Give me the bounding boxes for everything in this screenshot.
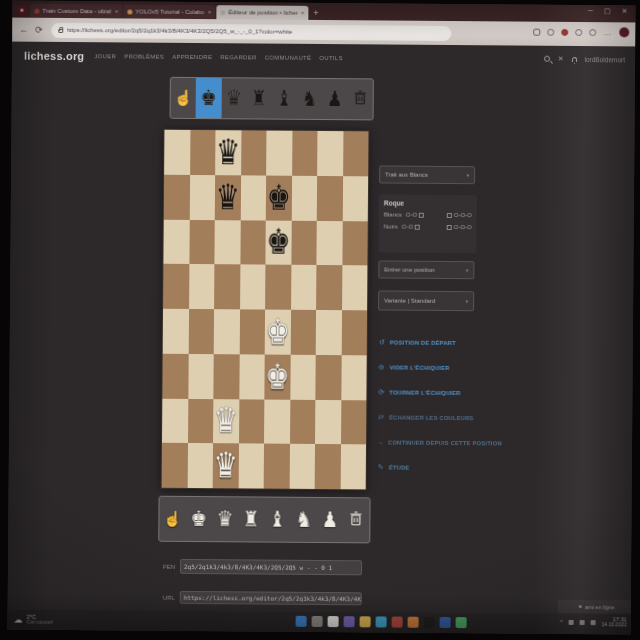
variant-select[interactable]: Variante | Standard ▾ (378, 290, 474, 311)
rotate-icon: ⟳ (377, 388, 385, 396)
photo-of-screen: Train Custom Data - ultralytics×YOLOv5 T… (0, 0, 640, 640)
kingside-label: O-O (406, 212, 417, 218)
tab-close-icon[interactable]: × (115, 4, 119, 18)
explorer-icon[interactable] (360, 616, 371, 627)
app-green-icon[interactable] (456, 617, 467, 628)
extension-icon[interactable] (547, 28, 554, 35)
collections-icon[interactable] (575, 28, 582, 35)
chevron-down-icon: ▾ (467, 172, 470, 178)
address-url: https://lichess.org/editor/2q5/2q1k3/4k3… (67, 27, 444, 36)
square-e1[interactable] (264, 444, 290, 489)
browser-tab[interactable]: Train Custom Data - ultralytics× (30, 4, 122, 19)
fen-label: FEN (163, 563, 175, 569)
square-c1[interactable]: ♛ (213, 443, 239, 488)
chrome-icon[interactable] (392, 617, 403, 628)
white-pawn-icon: ♟ (322, 509, 338, 531)
white-queen-icon: ♛ (213, 448, 237, 483)
square-c2[interactable]: ♛ (213, 399, 239, 444)
palette-black: ☝♚♛♜♝♞♟ (170, 77, 374, 121)
lock-icon (58, 29, 63, 33)
chevron-down-icon: ▾ (466, 298, 469, 304)
square-e6[interactable]: ♚ (265, 220, 291, 265)
square-h8[interactable] (343, 131, 369, 176)
address-bar[interactable]: https://lichess.org/editor/2q5/2q1k3/4k3… (51, 22, 451, 40)
profile-avatar[interactable] (619, 27, 629, 37)
white-queen-icon: ♛ (217, 508, 233, 530)
action-restart[interactable]: ↺POSITION DE DÉPART (378, 329, 488, 355)
tab-title: Train Custom Data - ultralytics (42, 4, 112, 19)
palette-white-pawn[interactable]: ♟ (317, 498, 344, 542)
online-dot-icon (579, 605, 582, 608)
palette-black-rook[interactable]: ♜ (246, 78, 272, 118)
notification-bell-icon[interactable] (572, 57, 577, 62)
action-rotate[interactable]: ⟳TOURNER L'ÉCHIQUIER (377, 379, 487, 405)
tab-favicon-icon (220, 10, 225, 15)
square-b3[interactable] (188, 354, 214, 399)
square-b2[interactable] (188, 398, 214, 443)
square-g4[interactable] (316, 310, 342, 355)
square-h1[interactable] (340, 444, 366, 489)
action-study[interactable]: ✎ÉTUDE (377, 454, 487, 480)
battery-icon[interactable] (569, 619, 574, 624)
square-b1[interactable] (187, 443, 213, 488)
minimize-button[interactable]: ─ (588, 7, 593, 15)
fen-input[interactable]: 2q5/2q1k3/4k3/8/4K3/4K3/2Q5/2Q5 w - - 0 … (180, 559, 362, 575)
castling-panel: Roque BlancsO-OO-O-ONoirsO-OO-O-O (379, 194, 477, 253)
square-b8[interactable] (190, 130, 216, 175)
action-label: TOURNER L'ÉCHIQUIER (389, 389, 460, 396)
square-g5[interactable] (316, 265, 342, 310)
black-king-icon: ♚ (200, 87, 216, 109)
fen-value: 2q5/2q1k3/4k3/8/4K3/4K3/2Q5/2Q5 w - - 0 … (184, 563, 332, 571)
nav-menu-item[interactable]: APPRENDRE (172, 53, 212, 59)
start-icon[interactable] (296, 616, 307, 627)
square-a7[interactable] (164, 175, 190, 220)
site-logo[interactable]: lichess.org (24, 49, 84, 61)
search-icon[interactable] (312, 616, 323, 627)
variant-select-value: Variante | Standard (384, 297, 435, 303)
square-f6[interactable] (291, 220, 317, 265)
square-a1[interactable] (162, 443, 188, 488)
trash-icon (350, 511, 363, 530)
trash-icon (354, 90, 367, 109)
pointer-tool[interactable]: ☝ (159, 497, 186, 541)
browser-tab[interactable]: Éditeur de position • lichess.org× (216, 5, 308, 20)
square-e5[interactable] (265, 265, 291, 310)
queenside-label: O-O-O (454, 212, 472, 218)
tab-favicon-icon (34, 8, 39, 13)
square-a2[interactable] (162, 398, 188, 443)
app-blue-icon[interactable] (440, 617, 451, 628)
palette-white-rook[interactable]: ♜ (238, 497, 265, 541)
black-rook-icon: ♜ (251, 88, 267, 110)
square-a5[interactable] (163, 264, 189, 309)
action-swap[interactable]: ⇄ÉCHANGER LES COULEURS (377, 404, 487, 430)
square-d1[interactable] (238, 444, 264, 489)
square-d5[interactable] (240, 265, 266, 310)
chess-board: ♛♛♚♚♚♚♛♛ (161, 129, 370, 491)
square-g7[interactable] (317, 176, 343, 221)
black-king-icon: ♚ (266, 180, 290, 215)
square-c4[interactable] (214, 309, 240, 354)
square-b5[interactable] (189, 264, 215, 309)
square-e4[interactable]: ♚ (265, 310, 291, 355)
castling-side-label: Noirs (384, 223, 398, 229)
monitor-screen: Train Custom Data - ultralytics×YOLOv5 T… (8, 1, 636, 635)
square-b6[interactable] (189, 219, 215, 264)
trash-icon: ⊖ (378, 363, 386, 371)
square-c6[interactable] (214, 220, 240, 265)
black-pawn-icon: ♟ (327, 88, 343, 110)
square-f5[interactable] (291, 265, 317, 310)
square-d6[interactable] (240, 220, 266, 265)
palette-black-pawn[interactable]: ♟ (322, 79, 348, 119)
square-f3[interactable] (290, 355, 316, 400)
trash-tool[interactable] (343, 498, 370, 542)
square-h6[interactable] (342, 221, 368, 266)
castling-row: BlancsO-OO-O-O (384, 211, 472, 218)
palette-white-knight[interactable]: ♞ (290, 498, 317, 542)
tab-title: YOLOv5 Tutorial - Colaboratory (135, 5, 205, 20)
white-king-icon: ♚ (265, 314, 289, 349)
square-e7[interactable]: ♚ (266, 175, 292, 220)
swap-icon: ⇄ (377, 413, 385, 421)
square-g6[interactable] (316, 220, 342, 265)
windows-taskbar: ☁ 2°C Ciel couvert ^ 17:31 14.10.2022 (8, 610, 631, 635)
square-d8[interactable] (241, 130, 267, 175)
palette-white-bishop[interactable]: ♝ (264, 498, 291, 542)
refresh-icon[interactable]: ⟳ (35, 25, 43, 35)
turn-select[interactable]: Trait aux Blancs ▾ (379, 165, 475, 184)
action-trash[interactable]: ⊖VIDER L'ÉCHIQUIER (378, 354, 488, 380)
black-queen-icon: ♛ (226, 87, 242, 109)
nav-menu-item[interactable]: COMMUNAUTÉ (265, 54, 312, 60)
black-bishop-icon: ♝ (276, 88, 292, 110)
black-king-icon: ♚ (266, 225, 290, 260)
widgets-icon[interactable] (344, 616, 355, 627)
toolbar-icons: … (533, 27, 629, 38)
square-h7[interactable] (342, 176, 368, 221)
palette-white: ☝♚♛♜♝♞♟ (158, 496, 370, 544)
trash-tool[interactable] (347, 79, 373, 119)
square-a8[interactable] (164, 130, 190, 175)
castling-side-label: Blancs (384, 211, 402, 217)
position-select[interactable]: Entrer une position ▾ (378, 260, 474, 279)
browser-tab[interactable]: YOLOv5 Tutorial - Colaboratory× (123, 4, 215, 19)
black-knight-icon: ♞ (301, 88, 317, 110)
tab-title: Éditeur de position • lichess.org (228, 5, 298, 20)
queenside-checkbox[interactable] (447, 212, 452, 217)
queenside-label: O-O-O (454, 224, 472, 230)
tray-chevron-icon[interactable]: ^ (560, 619, 563, 625)
cloud-icon: ☁ (14, 615, 23, 625)
tab-close-icon[interactable]: × (301, 6, 305, 20)
friends-online-label: ami en ligne (585, 604, 615, 610)
site-nav: lichess.org JOUERPROBLÈMESAPPRENDREREGAR… (12, 42, 635, 74)
nav-menu-item[interactable]: JOUER (94, 53, 116, 59)
square-c7[interactable]: ♛ (215, 175, 241, 220)
browser-logo-icon[interactable] (17, 6, 26, 15)
action-label: VIDER L'ÉCHIQUIER (390, 364, 450, 370)
continue-icon: → (377, 438, 384, 445)
url-input[interactable]: https://lichess.org/editor/2q5/2q1k3/4k3… (180, 591, 362, 605)
square-g2[interactable] (315, 399, 341, 444)
square-a3[interactable] (162, 354, 188, 399)
palette-black-bishop[interactable]: ♝ (272, 79, 298, 119)
square-f2[interactable] (290, 399, 316, 444)
square-e2[interactable] (264, 399, 290, 444)
action-continue[interactable]: →CONTINUER DEPUIS CETTE POSITION (377, 429, 487, 455)
taskview-icon[interactable] (328, 616, 339, 627)
square-h2[interactable] (341, 400, 367, 445)
square-f1[interactable] (289, 444, 315, 489)
clock-date: 14.10.2022 (602, 623, 627, 629)
square-f7[interactable] (291, 176, 317, 221)
pointer-tool[interactable]: ☝ (171, 78, 197, 118)
friends-online-bar[interactable]: ami en ligne (558, 600, 635, 614)
palette-black-queen[interactable]: ♛ (221, 78, 247, 118)
action-label: POSITION DE DÉPART (390, 339, 456, 346)
lichess-page: lichess.org JOUERPROBLÈMESAPPRENDREREGAR… (8, 42, 635, 615)
tab-favicon-icon (127, 9, 132, 14)
square-b7[interactable] (189, 175, 215, 220)
square-h3[interactable] (341, 355, 367, 400)
window-controls: ─ ▢ ✕ (588, 7, 628, 15)
black-queen-icon: ♛ (216, 135, 240, 170)
url-label: URL (163, 594, 175, 600)
square-d7[interactable] (240, 175, 266, 220)
edge-icon[interactable] (376, 616, 387, 627)
kingside-label: O-O (402, 224, 413, 230)
palette-black-king[interactable]: ♚ (196, 78, 222, 118)
palette-white-queen[interactable]: ♛ (212, 497, 239, 541)
white-bishop-icon: ♝ (269, 509, 285, 531)
white-king-icon: ♚ (191, 508, 207, 530)
close-window-button[interactable]: ✕ (622, 7, 628, 15)
square-e3[interactable]: ♚ (264, 354, 290, 399)
square-c5[interactable] (214, 264, 240, 309)
square-d2[interactable] (239, 399, 265, 444)
nav-menu-item[interactable]: PROBLÈMES (124, 53, 164, 59)
square-e8[interactable] (266, 131, 292, 176)
square-h4[interactable] (341, 310, 367, 355)
favorites-icon[interactable] (533, 28, 540, 35)
castling-title: Roque (384, 199, 472, 207)
square-d3[interactable] (239, 354, 265, 399)
maximize-button[interactable]: ▢ (604, 7, 611, 15)
square-d4[interactable] (239, 309, 265, 354)
square-c8[interactable]: ♛ (215, 130, 241, 175)
weather-widget[interactable]: ☁ 2°C Ciel couvert (14, 614, 53, 626)
url-value: https://lichess.org/editor/2q5/2q1k3/4k3… (184, 594, 362, 603)
pointer-icon: ☝ (174, 89, 193, 107)
square-f4[interactable] (290, 310, 316, 355)
wifi-icon[interactable] (580, 620, 585, 625)
editor-actions: ↺POSITION DE DÉPART⊖VIDER L'ÉCHIQUIER⟳TO… (377, 329, 488, 480)
back-icon[interactable]: ← (19, 25, 28, 35)
tab-close-icon[interactable]: × (208, 5, 212, 19)
nav-menu-item[interactable]: OUTILS (319, 54, 343, 60)
settings-menu-icon[interactable]: … (603, 28, 612, 37)
alert-badge-icon[interactable] (561, 28, 568, 35)
kingside-checkbox[interactable] (419, 212, 424, 217)
sync-icon[interactable] (589, 29, 596, 36)
square-a6[interactable] (163, 219, 189, 264)
username[interactable]: lordBoldemort (585, 56, 626, 63)
kingside-checkbox[interactable] (415, 224, 420, 229)
action-label: ÉTUDE (389, 464, 410, 470)
square-c3[interactable] (213, 354, 239, 399)
square-h5[interactable] (342, 265, 368, 310)
square-g3[interactable] (315, 355, 341, 400)
square-f8[interactable] (292, 131, 318, 176)
system-tray: ^ 17:31 14.10.2022 (560, 616, 627, 629)
palette-white-king[interactable]: ♚ (185, 497, 212, 541)
nav-menu-item[interactable]: REGARDER (220, 54, 256, 60)
challenge-icon[interactable]: ✕ (558, 55, 564, 63)
volume-icon[interactable] (591, 620, 596, 625)
castling-row: NoirsO-OO-O-O (384, 223, 472, 230)
square-b4[interactable] (188, 309, 214, 354)
restart-icon: ↺ (378, 338, 386, 346)
pointer-icon: ☝ (163, 510, 182, 528)
search-icon[interactable] (544, 56, 550, 62)
white-king-icon: ♚ (265, 359, 289, 394)
turn-select-value: Trait aux Blancs (385, 171, 428, 177)
white-queen-icon: ♛ (214, 403, 238, 438)
weather-desc: Ciel couvert (27, 620, 53, 626)
square-a4[interactable] (163, 309, 189, 354)
white-knight-icon: ♞ (296, 509, 312, 531)
queenside-checkbox[interactable] (447, 224, 452, 229)
study-icon: ✎ (377, 463, 385, 471)
taskbar-clock[interactable]: 17:31 14.10.2022 (602, 616, 627, 628)
action-label: ÉCHANGER LES COULEURS (389, 414, 473, 421)
black-queen-icon: ♛ (215, 180, 239, 215)
position-select-value: Entrer une position (384, 266, 434, 272)
square-g1[interactable] (315, 444, 341, 489)
palette-black-knight[interactable]: ♞ (297, 79, 323, 119)
new-tab-button[interactable]: + (313, 8, 318, 18)
square-g8[interactable] (317, 131, 343, 176)
terminal-icon[interactable] (424, 617, 435, 628)
chevron-down-icon: ▾ (466, 267, 469, 273)
action-label: CONTINUER DEPUIS CETTE POSITION (388, 439, 502, 446)
white-rook-icon: ♜ (243, 509, 259, 531)
app-orange-icon[interactable] (408, 617, 419, 628)
